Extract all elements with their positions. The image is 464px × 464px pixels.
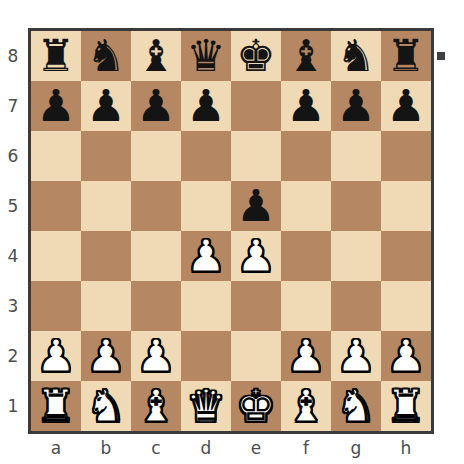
square-c1[interactable]: ♝ xyxy=(131,381,181,431)
rank-label-2: 2 xyxy=(0,331,26,381)
black-rook[interactable]: ♜ xyxy=(386,31,425,81)
square-d7[interactable]: ♟ xyxy=(181,81,231,131)
black-pawn[interactable]: ♟ xyxy=(186,81,225,131)
white-rook[interactable]: ♜ xyxy=(386,381,425,431)
black-queen[interactable]: ♛ xyxy=(186,31,225,81)
square-a1[interactable]: ♜ xyxy=(31,381,81,431)
square-e8[interactable]: ♚ xyxy=(231,31,281,81)
square-h8[interactable]: ♜ xyxy=(381,31,431,81)
file-label-a: a xyxy=(31,436,81,460)
rank-label-3: 3 xyxy=(0,281,26,331)
square-g6[interactable] xyxy=(331,131,381,181)
white-king[interactable]: ♚ xyxy=(236,381,275,431)
square-a2[interactable]: ♟ xyxy=(31,331,81,381)
white-pawn[interactable]: ♟ xyxy=(236,231,275,281)
white-pawn[interactable]: ♟ xyxy=(336,331,375,381)
square-d4[interactable]: ♟ xyxy=(181,231,231,281)
square-d2[interactable] xyxy=(181,331,231,381)
square-f2[interactable]: ♟ xyxy=(281,331,331,381)
square-c8[interactable]: ♝ xyxy=(131,31,181,81)
square-e1[interactable]: ♚ xyxy=(231,381,281,431)
square-a5[interactable] xyxy=(31,181,81,231)
white-pawn[interactable]: ♟ xyxy=(86,331,125,381)
black-rook[interactable]: ♜ xyxy=(36,31,75,81)
rank-label-1: 1 xyxy=(0,381,26,431)
square-f1[interactable]: ♝ xyxy=(281,381,331,431)
square-c4[interactable] xyxy=(131,231,181,281)
rank-label-8: 8 xyxy=(0,31,26,81)
file-labels: abcdefgh xyxy=(31,436,431,460)
square-h2[interactable]: ♟ xyxy=(381,331,431,381)
square-f3[interactable] xyxy=(281,281,331,331)
square-g8[interactable]: ♞ xyxy=(331,31,381,81)
square-f4[interactable] xyxy=(281,231,331,281)
white-pawn[interactable]: ♟ xyxy=(36,331,75,381)
square-g1[interactable]: ♞ xyxy=(331,381,381,431)
square-h4[interactable] xyxy=(381,231,431,281)
square-b8[interactable]: ♞ xyxy=(81,31,131,81)
black-pawn[interactable]: ♟ xyxy=(36,81,75,131)
square-e4[interactable]: ♟ xyxy=(231,231,281,281)
square-b2[interactable]: ♟ xyxy=(81,331,131,381)
black-pawn[interactable]: ♟ xyxy=(386,81,425,131)
white-knight[interactable]: ♞ xyxy=(336,381,375,431)
square-h1[interactable]: ♜ xyxy=(381,381,431,431)
square-b3[interactable] xyxy=(81,281,131,331)
white-bishop[interactable]: ♝ xyxy=(136,381,175,431)
rank-label-7: 7 xyxy=(0,81,26,131)
white-rook[interactable]: ♜ xyxy=(36,381,75,431)
square-e2[interactable] xyxy=(231,331,281,381)
white-bishop[interactable]: ♝ xyxy=(286,381,325,431)
square-d8[interactable]: ♛ xyxy=(181,31,231,81)
square-e6[interactable] xyxy=(231,131,281,181)
white-pawn[interactable]: ♟ xyxy=(386,331,425,381)
rank-label-4: 4 xyxy=(0,231,26,281)
black-pawn[interactable]: ♟ xyxy=(136,81,175,131)
square-g7[interactable]: ♟ xyxy=(331,81,381,131)
black-pawn[interactable]: ♟ xyxy=(236,181,275,231)
square-e3[interactable] xyxy=(231,281,281,331)
square-b1[interactable]: ♞ xyxy=(81,381,131,431)
square-f5[interactable] xyxy=(281,181,331,231)
square-a7[interactable]: ♟ xyxy=(31,81,81,131)
square-a6[interactable] xyxy=(31,131,81,181)
square-d1[interactable]: ♛ xyxy=(181,381,231,431)
square-b6[interactable] xyxy=(81,131,131,181)
white-knight[interactable]: ♞ xyxy=(86,381,125,431)
square-d6[interactable] xyxy=(181,131,231,181)
white-pawn[interactable]: ♟ xyxy=(186,231,225,281)
square-c2[interactable]: ♟ xyxy=(131,331,181,381)
file-label-b: b xyxy=(81,436,131,460)
rank-label-6: 6 xyxy=(0,131,26,181)
square-g5[interactable] xyxy=(331,181,381,231)
square-c5[interactable] xyxy=(131,181,181,231)
square-a8[interactable]: ♜ xyxy=(31,31,81,81)
white-pawn[interactable]: ♟ xyxy=(286,331,325,381)
white-queen[interactable]: ♛ xyxy=(186,381,225,431)
white-pawn[interactable]: ♟ xyxy=(136,331,175,381)
square-b5[interactable] xyxy=(81,181,131,231)
chess-board[interactable]: ♜♞♝♛♚♝♞♜♟♟♟♟♟♟♟♟♟♟♟♟♟♟♟♟♜♞♝♛♚♝♞♜ xyxy=(28,28,434,434)
black-pawn[interactable]: ♟ xyxy=(336,81,375,131)
black-king[interactable]: ♚ xyxy=(236,31,275,81)
black-bishop[interactable]: ♝ xyxy=(136,31,175,81)
black-to-move-indicator xyxy=(437,52,445,60)
square-g3[interactable] xyxy=(331,281,381,331)
square-h3[interactable] xyxy=(381,281,431,331)
file-label-e: e xyxy=(231,436,281,460)
black-pawn[interactable]: ♟ xyxy=(286,81,325,131)
file-label-d: d xyxy=(181,436,231,460)
square-a4[interactable] xyxy=(31,231,81,281)
square-d5[interactable] xyxy=(181,181,231,231)
square-d3[interactable] xyxy=(181,281,231,331)
rank-label-5: 5 xyxy=(0,181,26,231)
square-e5[interactable]: ♟ xyxy=(231,181,281,231)
file-label-h: h xyxy=(381,436,431,460)
square-h6[interactable] xyxy=(381,131,431,181)
square-h5[interactable] xyxy=(381,181,431,231)
square-c7[interactable]: ♟ xyxy=(131,81,181,131)
rank-labels: 87654321 xyxy=(0,31,26,431)
square-b4[interactable] xyxy=(81,231,131,281)
file-label-f: f xyxy=(281,436,331,460)
square-g2[interactable]: ♟ xyxy=(331,331,381,381)
square-a3[interactable] xyxy=(31,281,81,331)
square-c3[interactable] xyxy=(131,281,181,331)
square-b7[interactable]: ♟ xyxy=(81,81,131,131)
black-knight[interactable]: ♞ xyxy=(86,31,125,81)
chess-board-panel: 87654321 ♜♞♝♛♚♝♞♜♟♟♟♟♟♟♟♟♟♟♟♟♟♟♟♟♜♞♝♛♚♝♞… xyxy=(0,0,464,464)
square-f7[interactable]: ♟ xyxy=(281,81,331,131)
file-label-c: c xyxy=(131,436,181,460)
black-bishop[interactable]: ♝ xyxy=(286,31,325,81)
square-f6[interactable] xyxy=(281,131,331,181)
square-g4[interactable] xyxy=(331,231,381,281)
square-c6[interactable] xyxy=(131,131,181,181)
black-knight[interactable]: ♞ xyxy=(336,31,375,81)
square-e7[interactable] xyxy=(231,81,281,131)
square-h7[interactable]: ♟ xyxy=(381,81,431,131)
square-f8[interactable]: ♝ xyxy=(281,31,331,81)
file-label-g: g xyxy=(331,436,381,460)
black-pawn[interactable]: ♟ xyxy=(86,81,125,131)
